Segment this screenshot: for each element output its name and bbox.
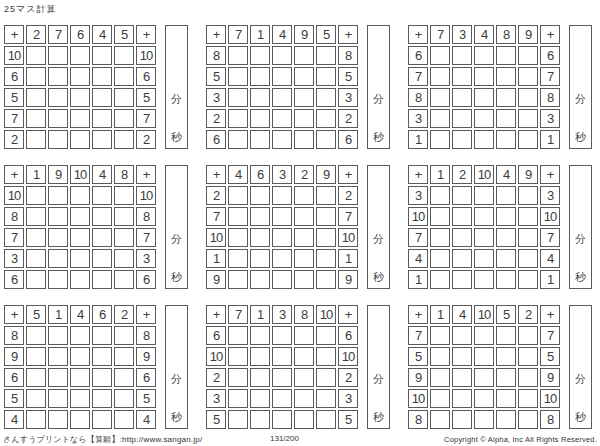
answer-cell[interactable] [26,249,46,268]
seconds-label: 秒 [368,410,389,425]
answer-cell[interactable] [474,67,494,86]
answer-cell[interactable] [294,368,314,387]
answer-cell[interactable] [228,249,248,268]
minutes-label: 分 [166,232,187,247]
answer-cell[interactable] [518,347,538,366]
row-header-cell-right: 5 [338,410,358,429]
row-header-cell-right: 10 [540,207,560,226]
answer-cell[interactable] [430,109,450,128]
answer-cell[interactable] [474,228,494,247]
row-header-cell: 5 [4,88,24,107]
answer-cell[interactable] [48,130,68,149]
answer-cell[interactable] [316,249,336,268]
answer-cell[interactable] [474,326,494,345]
answer-cell[interactable] [250,109,270,128]
answer-cell[interactable] [114,109,134,128]
answer-cell[interactable] [474,46,494,65]
answer-cell[interactable] [496,270,516,289]
answer-cell[interactable] [26,347,46,366]
answer-cell[interactable] [250,88,270,107]
answer-cell[interactable] [496,368,516,387]
answer-cell[interactable] [70,368,90,387]
answer-cell[interactable] [114,207,134,226]
operator-cell: + [338,305,358,324]
answer-cell[interactable] [26,228,46,247]
answer-cell[interactable] [92,109,112,128]
answer-cell[interactable] [250,410,270,429]
answer-cell[interactable] [48,368,68,387]
answer-cell[interactable] [452,347,472,366]
col-header-cell: 2 [518,305,538,324]
answer-cell[interactable] [496,249,516,268]
answer-cell[interactable] [92,130,112,149]
answer-cell[interactable] [452,326,472,345]
answer-cell[interactable] [430,326,450,345]
answer-cell[interactable] [92,46,112,65]
answer-cell[interactable] [452,130,472,149]
answer-cell[interactable] [518,46,538,65]
answer-cell[interactable] [430,249,450,268]
answer-cell[interactable] [250,389,270,408]
footer: さんすうプリントなら【算願】:http://www.sangan.jp/ 131… [0,432,600,446]
answer-cell[interactable] [92,88,112,107]
answer-cell[interactable] [316,270,336,289]
answer-cell[interactable] [92,347,112,366]
answer-cell[interactable] [272,109,292,128]
answer-cell[interactable] [316,207,336,226]
answer-cell[interactable] [48,389,68,408]
answer-cell[interactable] [452,410,472,429]
answer-cell[interactable] [26,46,46,65]
answer-cell[interactable] [272,249,292,268]
footer-site-link[interactable]: さんすうプリントなら【算願】:http://www.sangan.jp/ [3,434,202,445]
answer-cell[interactable] [92,186,112,205]
row-header-cell-right: 5 [136,389,156,408]
col-header-cell: 2 [114,305,134,324]
answer-cell[interactable] [228,389,248,408]
answer-cell[interactable] [250,326,270,345]
answer-cell[interactable] [430,130,450,149]
row-header-cell: 7 [408,326,428,345]
calc-unit-2: +71495+8855332266分秒 [206,25,396,149]
answer-cell[interactable] [114,130,134,149]
time-box-6: 分秒 [569,165,592,289]
answer-cell[interactable] [70,88,90,107]
answer-cell[interactable] [272,326,292,345]
answer-cell[interactable] [496,46,516,65]
answer-cell[interactable] [430,67,450,86]
answer-cell[interactable] [316,88,336,107]
answer-cell[interactable] [250,46,270,65]
calc-unit-5: +46329+227710101199分秒 [206,165,396,289]
answer-cell[interactable] [228,207,248,226]
answer-cell[interactable] [70,130,90,149]
answer-cell[interactable] [316,130,336,149]
col-header-cell: 3 [272,165,292,184]
row-header-cell: 3 [206,389,226,408]
operator-cell: + [136,305,156,324]
col-header-cell: 7 [228,25,248,44]
answer-cell[interactable] [48,67,68,86]
answer-cell[interactable] [92,389,112,408]
answer-cell[interactable] [294,67,314,86]
answer-cell[interactable] [518,410,538,429]
operator-cell: + [408,165,428,184]
answer-cell[interactable] [452,389,472,408]
row-header-cell: 2 [4,130,24,149]
calc-unit-7: +51462+8899665544分秒 [4,305,194,429]
answer-cell[interactable] [26,270,46,289]
answer-cell[interactable] [250,270,270,289]
answer-cell[interactable] [250,249,270,268]
answer-cell[interactable] [474,249,494,268]
answer-cell[interactable] [316,368,336,387]
answer-cell[interactable] [114,228,134,247]
answer-cell[interactable] [496,67,516,86]
answer-cell[interactable] [452,228,472,247]
col-header-cell: 2 [452,165,472,184]
answer-cell[interactable] [48,207,68,226]
answer-cell[interactable] [430,207,450,226]
answer-cell[interactable] [474,109,494,128]
answer-cell[interactable] [48,46,68,65]
answer-cell[interactable] [452,207,472,226]
answer-cell[interactable] [228,109,248,128]
answer-cell[interactable] [518,207,538,226]
answer-cell[interactable] [48,326,68,345]
seconds-label: 秒 [368,270,389,285]
row-header-cell-right: 6 [540,46,560,65]
answer-cell[interactable] [272,46,292,65]
answer-cell[interactable] [92,270,112,289]
answer-cell[interactable] [294,88,314,107]
row-header-cell-right: 4 [136,410,156,429]
answer-cell[interactable] [452,109,472,128]
answer-cell[interactable] [272,67,292,86]
answer-cell[interactable] [316,186,336,205]
answer-cell[interactable] [430,88,450,107]
answer-cell[interactable] [70,207,90,226]
time-box-3: 分秒 [569,25,592,149]
answer-cell[interactable] [496,186,516,205]
col-header-cell: 6 [92,305,112,324]
col-header-cell: 4 [496,165,516,184]
answer-cell[interactable] [474,368,494,387]
answer-cell[interactable] [496,228,516,247]
answer-cell[interactable] [272,389,292,408]
row-header-cell: 3 [4,249,24,268]
answer-cell[interactable] [518,270,538,289]
answer-cell[interactable] [114,67,134,86]
col-header-cell: 9 [518,25,538,44]
answer-cell[interactable] [272,186,292,205]
answer-cell[interactable] [518,109,538,128]
answer-cell[interactable] [70,186,90,205]
answer-cell[interactable] [430,186,450,205]
answer-cell[interactable] [250,347,270,366]
answer-cell[interactable] [250,130,270,149]
answer-cell[interactable] [272,130,292,149]
answer-cell[interactable] [496,410,516,429]
answer-cell[interactable] [70,270,90,289]
calc-grid-8: +713810+661010223355 [206,305,358,429]
answer-cell[interactable] [228,228,248,247]
row-header-cell-right: 9 [540,368,560,387]
answer-cell[interactable] [92,228,112,247]
row-header-cell: 3 [206,88,226,107]
answer-cell[interactable] [452,186,472,205]
col-header-cell: 1 [250,25,270,44]
calc-grid-1: +27645+101066557722 [4,25,156,149]
answer-cell[interactable] [114,88,134,107]
answer-cell[interactable] [250,368,270,387]
answer-cell[interactable] [452,249,472,268]
answer-cell[interactable] [316,347,336,366]
answer-cell[interactable] [294,228,314,247]
answer-cell[interactable] [228,368,248,387]
answer-cell[interactable] [496,130,516,149]
col-header-cell: 2 [26,25,46,44]
answer-cell[interactable] [70,46,90,65]
answer-cell[interactable] [26,389,46,408]
answer-cell[interactable] [294,186,314,205]
row-header-cell-right: 2 [338,368,358,387]
row-header-cell-right: 5 [540,347,560,366]
answer-cell[interactable] [430,368,450,387]
answer-cell[interactable] [474,186,494,205]
answer-cell[interactable] [452,67,472,86]
answer-cell[interactable] [496,347,516,366]
answer-cell[interactable] [272,88,292,107]
col-header-cell: 8 [114,165,134,184]
answer-cell[interactable] [430,228,450,247]
answer-cell[interactable] [474,347,494,366]
answer-cell[interactable] [228,88,248,107]
answer-cell[interactable] [294,410,314,429]
answer-cell[interactable] [294,347,314,366]
answer-cell[interactable] [294,326,314,345]
answer-cell[interactable] [316,109,336,128]
answer-cell[interactable] [316,67,336,86]
answer-cell[interactable] [48,186,68,205]
answer-cell[interactable] [474,88,494,107]
answer-cell[interactable] [48,228,68,247]
answer-cell[interactable] [228,67,248,86]
answer-cell[interactable] [518,130,538,149]
answer-cell[interactable] [114,249,134,268]
answer-cell[interactable] [48,109,68,128]
answer-cell[interactable] [474,410,494,429]
answer-cell[interactable] [92,67,112,86]
row-header-cell: 2 [206,368,226,387]
answer-cell[interactable] [114,368,134,387]
answer-cell[interactable] [272,228,292,247]
time-box-2: 分秒 [367,25,390,149]
answer-cell[interactable] [474,270,494,289]
row-header-cell-right: 7 [136,228,156,247]
answer-cell[interactable] [294,207,314,226]
col-header-cell: 6 [250,165,270,184]
answer-cell[interactable] [250,67,270,86]
answer-cell[interactable] [114,186,134,205]
col-header-cell: 4 [92,165,112,184]
col-header-cell: 1 [26,165,46,184]
answer-cell[interactable] [70,249,90,268]
answer-cell[interactable] [474,389,494,408]
answer-cell[interactable] [26,410,46,429]
answer-cell[interactable] [430,46,450,65]
answer-cell[interactable] [518,186,538,205]
answer-cell[interactable] [70,389,90,408]
answer-cell[interactable] [26,130,46,149]
seconds-label: 秒 [166,410,187,425]
answer-cell[interactable] [474,207,494,226]
answer-cell[interactable] [92,326,112,345]
answer-cell[interactable] [48,410,68,429]
answer-cell[interactable] [26,88,46,107]
calc-grid-6: +121049+331010774411 [408,165,560,289]
answer-cell[interactable] [496,207,516,226]
answer-cell[interactable] [26,186,46,205]
answer-cell[interactable] [26,368,46,387]
answer-cell[interactable] [272,368,292,387]
answer-cell[interactable] [48,347,68,366]
answer-cell[interactable] [452,270,472,289]
answer-cell[interactable] [228,410,248,429]
answer-cell[interactable] [92,207,112,226]
answer-cell[interactable] [70,109,90,128]
answer-cell[interactable] [496,326,516,345]
answer-cell[interactable] [48,270,68,289]
row-header-cell-right: 9 [136,347,156,366]
calc-grid-9: +141052+775599101088 [408,305,560,429]
answer-cell[interactable] [26,326,46,345]
calc-grid-5: +46329+227710101199 [206,165,358,289]
answer-cell[interactable] [250,228,270,247]
answer-cell[interactable] [70,410,90,429]
answer-cell[interactable] [272,270,292,289]
answer-cell[interactable] [70,228,90,247]
answer-cell[interactable] [316,46,336,65]
answer-cell[interactable] [452,88,472,107]
answer-cell[interactable] [316,326,336,345]
answer-cell[interactable] [70,326,90,345]
row-header-cell: 5 [408,347,428,366]
answer-cell[interactable] [228,347,248,366]
answer-cell[interactable] [518,368,538,387]
answer-cell[interactable] [518,326,538,345]
answer-cell[interactable] [294,46,314,65]
answer-cell[interactable] [496,88,516,107]
answer-cell[interactable] [272,207,292,226]
answer-cell[interactable] [92,410,112,429]
answer-cell[interactable] [430,389,450,408]
answer-cell[interactable] [92,249,112,268]
answer-cell[interactable] [518,228,538,247]
answer-cell[interactable] [294,249,314,268]
answer-cell[interactable] [114,326,134,345]
time-box-5: 分秒 [367,165,390,289]
answer-cell[interactable] [272,347,292,366]
answer-cell[interactable] [430,410,450,429]
answer-cell[interactable] [26,67,46,86]
row-header-cell: 9 [206,270,226,289]
answer-cell[interactable] [114,46,134,65]
col-header-cell: 7 [430,25,450,44]
answer-cell[interactable] [250,186,270,205]
answer-cell[interactable] [92,368,112,387]
answer-cell[interactable] [114,270,134,289]
answer-cell[interactable] [228,130,248,149]
answer-cell[interactable] [518,389,538,408]
col-header-cell: 5 [496,305,516,324]
calc-grid-3: +73489+6677883311 [408,25,560,149]
row-header-cell-right: 3 [338,88,358,107]
answer-cell[interactable] [474,130,494,149]
answer-cell[interactable] [316,389,336,408]
answer-cell[interactable] [316,228,336,247]
answer-cell[interactable] [70,347,90,366]
answer-cell[interactable] [430,270,450,289]
row-header-cell: 6 [408,46,428,65]
answer-cell[interactable] [518,88,538,107]
answer-cell[interactable] [26,207,46,226]
answer-cell[interactable] [316,410,336,429]
answer-cell[interactable] [294,130,314,149]
col-header-cell: 4 [474,25,494,44]
answer-cell[interactable] [496,389,516,408]
footer-copyright: Copyright © Alpha, Inc All Rights Reserv… [444,435,597,444]
row-header-cell-right: 6 [136,270,156,289]
answer-cell[interactable] [272,410,292,429]
col-header-cell: 7 [228,305,248,324]
answer-cell[interactable] [70,67,90,86]
col-header-cell: 1 [430,305,450,324]
answer-cell[interactable] [114,389,134,408]
answer-cell[interactable] [518,67,538,86]
operator-cell: + [206,25,226,44]
answer-cell[interactable] [294,389,314,408]
answer-cell[interactable] [452,368,472,387]
answer-cell[interactable] [228,326,248,345]
row-header-cell-right: 10 [338,347,358,366]
col-header-cell: 9 [518,165,538,184]
answer-cell[interactable] [518,249,538,268]
row-header-cell-right: 4 [540,249,560,268]
answer-cell[interactable] [250,207,270,226]
answer-cell[interactable] [228,46,248,65]
answer-cell[interactable] [430,347,450,366]
answer-cell[interactable] [114,347,134,366]
operator-cell: + [4,165,24,184]
answer-cell[interactable] [496,109,516,128]
row-header-cell-right: 5 [338,67,358,86]
answer-cell[interactable] [294,270,314,289]
row-header-cell: 7 [408,67,428,86]
answer-cell[interactable] [452,46,472,65]
answer-cell[interactable] [26,109,46,128]
answer-cell[interactable] [228,186,248,205]
minutes-label: 分 [368,92,389,107]
minutes-label: 分 [570,92,591,107]
answer-cell[interactable] [228,270,248,289]
answer-cell[interactable] [48,88,68,107]
row-header-cell: 7 [408,228,428,247]
answer-cell[interactable] [114,410,134,429]
answer-cell[interactable] [48,249,68,268]
answer-cell[interactable] [294,109,314,128]
row-header-cell-right: 10 [136,46,156,65]
